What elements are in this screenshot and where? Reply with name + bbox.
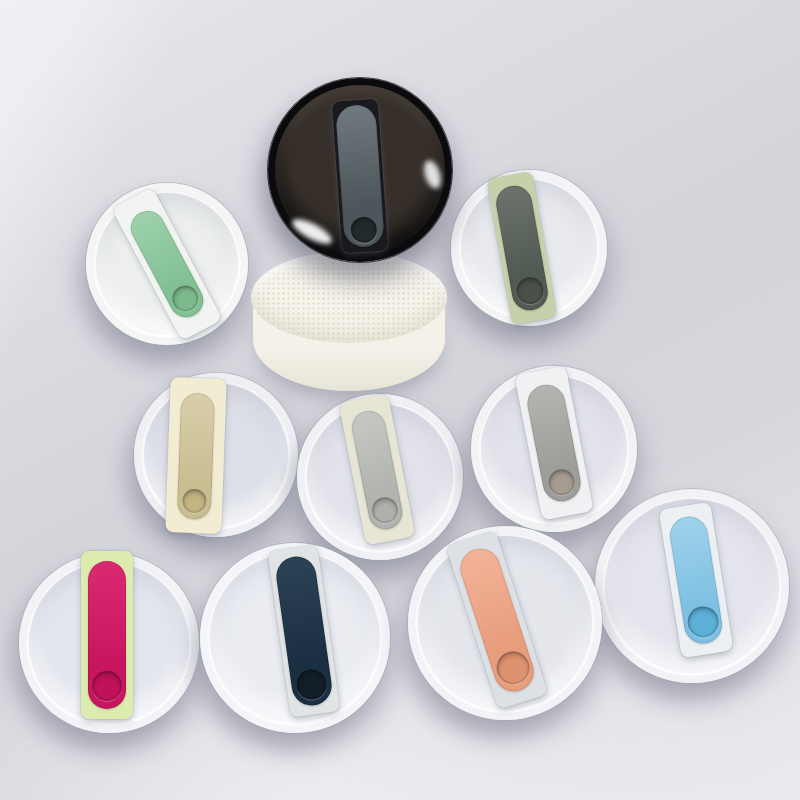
slider-button [92,671,122,701]
slider-mechanism [165,377,226,534]
lid-sage [451,170,607,326]
styrofoam-cylinder-top [251,251,447,343]
product-photo [0,0,800,800]
lid-pink [19,553,199,733]
lid-black [268,78,452,262]
lid-mint [86,183,248,345]
lid-peach [408,526,602,720]
slider-mechanism [81,551,133,719]
lid-navy [200,543,390,733]
lid-cream [134,373,298,537]
lid-blue [595,489,789,683]
